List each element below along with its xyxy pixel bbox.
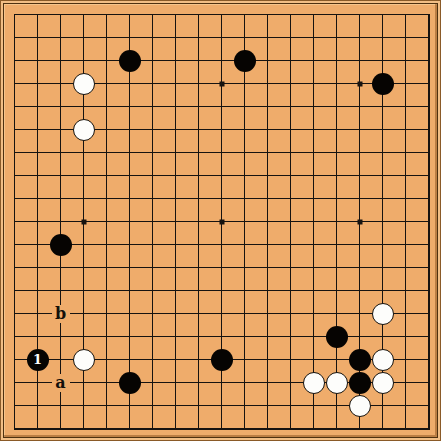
intersection-11-14[interactable] [233,302,256,325]
intersection-18-19[interactable] [394,417,417,440]
intersection-10-17[interactable] [210,371,233,394]
intersection-1-6[interactable] [3,118,26,141]
intersection-17-2[interactable] [371,26,394,49]
intersection-17-10[interactable] [371,210,394,233]
intersection-15-11[interactable] [325,233,348,256]
intersection-3-12[interactable] [49,256,72,279]
intersection-19-16[interactable] [417,348,440,371]
intersection-5-9[interactable] [95,187,118,210]
intersection-6-9[interactable] [118,187,141,210]
intersection-10-13[interactable] [210,279,233,302]
intersection-1-12[interactable] [3,256,26,279]
intersection-4-11[interactable] [72,233,95,256]
intersection-15-14[interactable] [325,302,348,325]
intersection-15-7[interactable] [325,141,348,164]
intersection-14-13[interactable] [302,279,325,302]
intersection-1-5[interactable] [3,95,26,118]
intersection-19-18[interactable] [417,394,440,417]
intersection-8-16[interactable] [164,348,187,371]
intersection-1-9[interactable] [3,187,26,210]
intersection-17-18[interactable] [371,394,394,417]
intersection-10-10[interactable] [210,210,233,233]
intersection-3-9[interactable] [49,187,72,210]
intersection-14-19[interactable] [302,417,325,440]
intersection-2-12[interactable] [26,256,49,279]
intersection-17-11[interactable] [371,233,394,256]
intersection-18-1[interactable] [394,3,417,26]
intersection-6-5[interactable] [118,95,141,118]
intersection-16-2[interactable] [348,26,371,49]
intersection-3-5[interactable] [49,95,72,118]
intersection-6-16[interactable] [118,348,141,371]
intersection-19-6[interactable] [417,118,440,141]
intersection-17-9[interactable] [371,187,394,210]
intersection-18-14[interactable] [394,302,417,325]
intersection-3-15[interactable] [49,325,72,348]
intersection-19-13[interactable] [417,279,440,302]
intersection-1-15[interactable] [3,325,26,348]
intersection-4-2[interactable] [72,26,95,49]
intersection-6-17[interactable]: ● [118,371,141,394]
intersection-4-8[interactable] [72,164,95,187]
intersection-13-9[interactable] [279,187,302,210]
intersection-9-2[interactable] [187,26,210,49]
intersection-7-11[interactable] [141,233,164,256]
intersection-17-17[interactable]: ● [371,371,394,394]
intersection-5-14[interactable] [95,302,118,325]
intersection-15-3[interactable] [325,49,348,72]
intersection-1-18[interactable] [3,394,26,417]
intersection-14-9[interactable] [302,187,325,210]
intersection-13-5[interactable] [279,95,302,118]
intersection-16-1[interactable] [348,3,371,26]
intersection-18-2[interactable] [394,26,417,49]
intersection-13-8[interactable] [279,164,302,187]
intersection-12-12[interactable] [256,256,279,279]
intersection-14-1[interactable] [302,3,325,26]
intersection-5-2[interactable] [95,26,118,49]
intersection-9-1[interactable] [187,3,210,26]
intersection-4-13[interactable] [72,279,95,302]
intersection-18-8[interactable] [394,164,417,187]
intersection-8-17[interactable] [164,371,187,394]
intersection-8-11[interactable] [164,233,187,256]
intersection-15-12[interactable] [325,256,348,279]
intersection-3-1[interactable] [49,3,72,26]
intersection-7-15[interactable] [141,325,164,348]
intersection-17-1[interactable] [371,3,394,26]
intersection-17-6[interactable] [371,118,394,141]
intersection-3-14[interactable]: b [49,302,72,325]
intersection-5-6[interactable] [95,118,118,141]
intersection-9-17[interactable] [187,371,210,394]
intersection-9-19[interactable] [187,417,210,440]
intersection-6-12[interactable] [118,256,141,279]
intersection-2-16[interactable]: ●1 [26,348,49,371]
intersection-10-3[interactable] [210,49,233,72]
intersection-12-3[interactable] [256,49,279,72]
intersection-4-1[interactable] [72,3,95,26]
intersection-19-1[interactable] [417,3,440,26]
intersection-15-17[interactable]: ● [325,371,348,394]
intersection-10-15[interactable] [210,325,233,348]
intersection-10-12[interactable] [210,256,233,279]
intersection-12-11[interactable] [256,233,279,256]
intersection-10-5[interactable] [210,95,233,118]
intersection-8-10[interactable] [164,210,187,233]
intersection-2-17[interactable] [26,371,49,394]
intersection-6-19[interactable] [118,417,141,440]
intersection-11-9[interactable] [233,187,256,210]
intersection-8-5[interactable] [164,95,187,118]
intersection-14-5[interactable] [302,95,325,118]
intersection-3-17[interactable]: a [49,371,72,394]
intersection-13-11[interactable] [279,233,302,256]
intersection-5-3[interactable] [95,49,118,72]
intersection-11-7[interactable] [233,141,256,164]
intersection-2-9[interactable] [26,187,49,210]
intersection-3-2[interactable] [49,26,72,49]
intersection-13-15[interactable] [279,325,302,348]
intersection-6-11[interactable] [118,233,141,256]
intersection-15-10[interactable] [325,210,348,233]
intersection-18-12[interactable] [394,256,417,279]
intersection-13-17[interactable] [279,371,302,394]
intersection-18-3[interactable] [394,49,417,72]
intersection-14-12[interactable] [302,256,325,279]
intersection-2-19[interactable] [26,417,49,440]
intersection-15-1[interactable] [325,3,348,26]
intersection-4-5[interactable] [72,95,95,118]
intersection-1-3[interactable] [3,49,26,72]
intersection-5-8[interactable] [95,164,118,187]
intersection-14-8[interactable] [302,164,325,187]
intersection-10-8[interactable] [210,164,233,187]
intersection-10-11[interactable] [210,233,233,256]
intersection-19-19[interactable] [417,417,440,440]
intersection-19-17[interactable] [417,371,440,394]
intersection-16-19[interactable] [348,417,371,440]
intersection-11-8[interactable] [233,164,256,187]
intersection-18-15[interactable] [394,325,417,348]
intersection-15-2[interactable] [325,26,348,49]
intersection-16-10[interactable] [348,210,371,233]
intersection-12-18[interactable] [256,394,279,417]
intersection-11-10[interactable] [233,210,256,233]
intersection-10-2[interactable] [210,26,233,49]
intersection-19-15[interactable] [417,325,440,348]
intersection-9-12[interactable] [187,256,210,279]
intersection-19-5[interactable] [417,95,440,118]
intersection-17-14[interactable]: ● [371,302,394,325]
intersection-11-17[interactable] [233,371,256,394]
intersection-4-18[interactable] [72,394,95,417]
intersection-10-7[interactable] [210,141,233,164]
intersection-8-13[interactable] [164,279,187,302]
intersection-7-1[interactable] [141,3,164,26]
intersection-16-17[interactable]: ● [348,371,371,394]
intersection-17-5[interactable] [371,95,394,118]
intersection-5-4[interactable] [95,72,118,95]
intersection-5-18[interactable] [95,394,118,417]
intersection-14-11[interactable] [302,233,325,256]
intersection-5-10[interactable] [95,210,118,233]
intersection-8-3[interactable] [164,49,187,72]
intersection-13-18[interactable] [279,394,302,417]
intersection-12-9[interactable] [256,187,279,210]
intersection-13-19[interactable] [279,417,302,440]
intersection-4-17[interactable] [72,371,95,394]
intersection-4-7[interactable] [72,141,95,164]
intersection-8-2[interactable] [164,26,187,49]
intersection-7-10[interactable] [141,210,164,233]
intersection-4-10[interactable] [72,210,95,233]
intersection-13-7[interactable] [279,141,302,164]
intersection-18-9[interactable] [394,187,417,210]
intersection-7-7[interactable] [141,141,164,164]
intersection-5-19[interactable] [95,417,118,440]
intersection-4-16[interactable]: ● [72,348,95,371]
intersection-7-4[interactable] [141,72,164,95]
intersection-19-14[interactable] [417,302,440,325]
intersection-15-6[interactable] [325,118,348,141]
intersection-18-7[interactable] [394,141,417,164]
intersection-10-16[interactable]: ● [210,348,233,371]
intersection-9-13[interactable] [187,279,210,302]
intersection-8-12[interactable] [164,256,187,279]
intersection-12-5[interactable] [256,95,279,118]
intersection-16-12[interactable] [348,256,371,279]
intersection-2-7[interactable] [26,141,49,164]
intersection-12-17[interactable] [256,371,279,394]
intersection-10-1[interactable] [210,3,233,26]
intersection-1-4[interactable] [3,72,26,95]
intersection-13-10[interactable] [279,210,302,233]
intersection-9-10[interactable] [187,210,210,233]
intersection-11-11[interactable] [233,233,256,256]
intersection-8-6[interactable] [164,118,187,141]
intersection-14-14[interactable] [302,302,325,325]
intersection-17-7[interactable] [371,141,394,164]
intersection-8-1[interactable] [164,3,187,26]
intersection-3-19[interactable] [49,417,72,440]
intersection-11-13[interactable] [233,279,256,302]
intersection-14-16[interactable] [302,348,325,371]
intersection-6-18[interactable] [118,394,141,417]
intersection-14-15[interactable] [302,325,325,348]
intersection-15-13[interactable] [325,279,348,302]
intersection-5-11[interactable] [95,233,118,256]
intersection-12-2[interactable] [256,26,279,49]
intersection-17-13[interactable] [371,279,394,302]
intersection-7-13[interactable] [141,279,164,302]
intersection-18-18[interactable] [394,394,417,417]
intersection-15-4[interactable] [325,72,348,95]
intersection-9-14[interactable] [187,302,210,325]
intersection-12-16[interactable] [256,348,279,371]
intersection-4-12[interactable] [72,256,95,279]
intersection-7-8[interactable] [141,164,164,187]
intersection-1-17[interactable] [3,371,26,394]
intersection-11-3[interactable]: ● [233,49,256,72]
intersection-16-8[interactable] [348,164,371,187]
intersection-6-6[interactable] [118,118,141,141]
intersection-11-1[interactable] [233,3,256,26]
intersection-19-2[interactable] [417,26,440,49]
intersection-14-7[interactable] [302,141,325,164]
intersection-1-2[interactable] [3,26,26,49]
intersection-19-3[interactable] [417,49,440,72]
intersection-11-2[interactable] [233,26,256,49]
intersection-18-11[interactable] [394,233,417,256]
intersection-8-9[interactable] [164,187,187,210]
intersection-11-12[interactable] [233,256,256,279]
intersection-7-16[interactable] [141,348,164,371]
intersection-1-1[interactable] [3,3,26,26]
intersection-9-5[interactable] [187,95,210,118]
intersection-16-15[interactable] [348,325,371,348]
intersection-16-7[interactable] [348,141,371,164]
intersection-4-4[interactable]: ● [72,72,95,95]
intersection-7-6[interactable] [141,118,164,141]
intersection-14-4[interactable] [302,72,325,95]
intersection-7-9[interactable] [141,187,164,210]
intersection-16-18[interactable]: ● [348,394,371,417]
intersection-10-4[interactable] [210,72,233,95]
intersection-2-14[interactable] [26,302,49,325]
intersection-11-5[interactable] [233,95,256,118]
intersection-3-4[interactable] [49,72,72,95]
intersection-15-9[interactable] [325,187,348,210]
intersection-10-6[interactable] [210,118,233,141]
intersection-4-19[interactable] [72,417,95,440]
intersection-13-2[interactable] [279,26,302,49]
intersection-9-16[interactable] [187,348,210,371]
intersection-4-3[interactable] [72,49,95,72]
intersection-5-12[interactable] [95,256,118,279]
intersection-3-10[interactable] [49,210,72,233]
intersection-5-16[interactable] [95,348,118,371]
intersection-3-13[interactable] [49,279,72,302]
intersection-6-8[interactable] [118,164,141,187]
intersection-3-3[interactable] [49,49,72,72]
intersection-2-4[interactable] [26,72,49,95]
intersection-3-18[interactable] [49,394,72,417]
intersection-16-14[interactable] [348,302,371,325]
intersection-9-15[interactable] [187,325,210,348]
intersection-4-6[interactable]: ● [72,118,95,141]
intersection-11-15[interactable] [233,325,256,348]
intersection-7-2[interactable] [141,26,164,49]
intersection-16-5[interactable] [348,95,371,118]
intersection-7-14[interactable] [141,302,164,325]
intersection-5-15[interactable] [95,325,118,348]
intersection-8-7[interactable] [164,141,187,164]
intersection-9-6[interactable] [187,118,210,141]
intersection-14-2[interactable] [302,26,325,49]
intersection-17-3[interactable] [371,49,394,72]
intersection-1-14[interactable] [3,302,26,325]
intersection-15-5[interactable] [325,95,348,118]
intersection-12-4[interactable] [256,72,279,95]
intersection-5-7[interactable] [95,141,118,164]
intersection-10-19[interactable] [210,417,233,440]
intersection-18-6[interactable] [394,118,417,141]
intersection-16-4[interactable] [348,72,371,95]
intersection-13-12[interactable] [279,256,302,279]
intersection-11-4[interactable] [233,72,256,95]
intersection-15-15[interactable]: ● [325,325,348,348]
intersection-9-11[interactable] [187,233,210,256]
intersection-6-1[interactable] [118,3,141,26]
intersection-12-15[interactable] [256,325,279,348]
intersection-19-4[interactable] [417,72,440,95]
intersection-12-13[interactable] [256,279,279,302]
intersection-8-19[interactable] [164,417,187,440]
intersection-8-14[interactable] [164,302,187,325]
intersection-6-2[interactable] [118,26,141,49]
intersection-12-14[interactable] [256,302,279,325]
intersection-12-10[interactable] [256,210,279,233]
intersection-19-9[interactable] [417,187,440,210]
intersection-2-6[interactable] [26,118,49,141]
intersection-14-17[interactable]: ● [302,371,325,394]
intersection-15-8[interactable] [325,164,348,187]
intersection-1-19[interactable] [3,417,26,440]
intersection-5-13[interactable] [95,279,118,302]
intersection-18-13[interactable] [394,279,417,302]
intersection-16-16[interactable]: ● [348,348,371,371]
intersection-6-7[interactable] [118,141,141,164]
intersection-12-8[interactable] [256,164,279,187]
intersection-2-13[interactable] [26,279,49,302]
intersection-11-19[interactable] [233,417,256,440]
intersection-13-4[interactable] [279,72,302,95]
intersection-7-18[interactable] [141,394,164,417]
intersection-9-18[interactable] [187,394,210,417]
intersection-6-3[interactable]: ● [118,49,141,72]
intersection-15-16[interactable] [325,348,348,371]
intersection-19-8[interactable] [417,164,440,187]
intersection-18-4[interactable] [394,72,417,95]
intersection-16-6[interactable] [348,118,371,141]
intersection-19-12[interactable] [417,256,440,279]
intersection-17-4[interactable]: ● [371,72,394,95]
intersection-18-10[interactable] [394,210,417,233]
intersection-14-10[interactable] [302,210,325,233]
intersection-2-3[interactable] [26,49,49,72]
intersection-6-4[interactable] [118,72,141,95]
intersection-7-17[interactable] [141,371,164,394]
intersection-4-9[interactable] [72,187,95,210]
intersection-17-12[interactable] [371,256,394,279]
intersection-6-10[interactable] [118,210,141,233]
intersection-14-6[interactable] [302,118,325,141]
intersection-13-16[interactable] [279,348,302,371]
intersection-12-7[interactable] [256,141,279,164]
intersection-9-7[interactable] [187,141,210,164]
intersection-11-16[interactable] [233,348,256,371]
intersection-9-9[interactable] [187,187,210,210]
intersection-2-18[interactable] [26,394,49,417]
intersection-3-11[interactable]: ● [49,233,72,256]
intersection-10-14[interactable] [210,302,233,325]
intersection-16-3[interactable] [348,49,371,72]
intersection-5-17[interactable] [95,371,118,394]
intersection-2-15[interactable] [26,325,49,348]
intersection-6-14[interactable] [118,302,141,325]
intersection-14-3[interactable] [302,49,325,72]
